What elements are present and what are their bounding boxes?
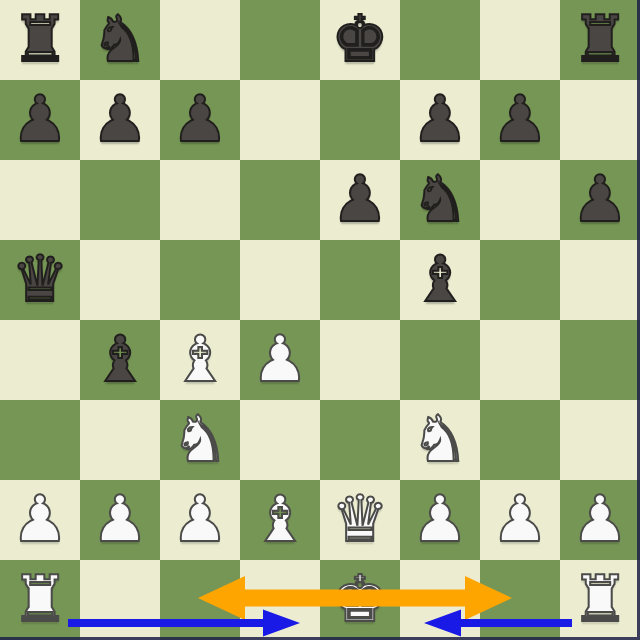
square-c1[interactable] (160, 560, 240, 640)
square-c2[interactable]: ♟ (160, 480, 240, 560)
square-e3[interactable] (320, 400, 400, 480)
square-e1[interactable]: ♚ (320, 560, 400, 640)
square-a7[interactable]: ♟ (0, 80, 80, 160)
square-a6[interactable] (0, 160, 80, 240)
piece-black-bishop[interactable]: ♝ (80, 320, 160, 400)
piece-black-pawn[interactable]: ♟ (160, 80, 240, 160)
square-h3[interactable] (560, 400, 640, 480)
square-f7[interactable]: ♟ (400, 80, 480, 160)
square-e7[interactable] (320, 80, 400, 160)
square-a5[interactable]: ♛ (0, 240, 80, 320)
piece-white-knight[interactable]: ♞ (160, 400, 240, 480)
piece-white-rook[interactable]: ♜ (560, 560, 640, 640)
square-b4[interactable]: ♝ (80, 320, 160, 400)
piece-black-knight[interactable]: ♞ (400, 160, 480, 240)
square-d2[interactable]: ♝ (240, 480, 320, 560)
square-c3[interactable]: ♞ (160, 400, 240, 480)
piece-black-pawn[interactable]: ♟ (0, 80, 80, 160)
piece-white-pawn[interactable]: ♟ (480, 480, 560, 560)
square-f8[interactable] (400, 0, 480, 80)
square-b7[interactable]: ♟ (80, 80, 160, 160)
piece-white-rook[interactable]: ♜ (0, 560, 80, 640)
piece-white-bishop[interactable]: ♝ (160, 320, 240, 400)
square-d1[interactable] (240, 560, 320, 640)
square-b8[interactable]: ♞ (80, 0, 160, 80)
piece-black-rook[interactable]: ♜ (0, 0, 80, 80)
square-h6[interactable]: ♟ (560, 160, 640, 240)
square-b6[interactable] (80, 160, 160, 240)
piece-white-pawn[interactable]: ♟ (240, 320, 320, 400)
square-g1[interactable] (480, 560, 560, 640)
square-d7[interactable] (240, 80, 320, 160)
square-g5[interactable] (480, 240, 560, 320)
piece-white-pawn[interactable]: ♟ (0, 480, 80, 560)
square-c4[interactable]: ♝ (160, 320, 240, 400)
square-h5[interactable] (560, 240, 640, 320)
square-e8[interactable]: ♚ (320, 0, 400, 80)
chess-board: ♜♞♚♜♟♟♟♟♟♟♞♟♛♝♝♝♟♞♞♟♟♟♝♛♟♟♟♜♚♜ (0, 0, 640, 640)
piece-white-queen[interactable]: ♛ (320, 480, 400, 560)
square-a2[interactable]: ♟ (0, 480, 80, 560)
square-c6[interactable] (160, 160, 240, 240)
piece-black-queen[interactable]: ♛ (0, 240, 80, 320)
square-b5[interactable] (80, 240, 160, 320)
square-h8[interactable]: ♜ (560, 0, 640, 80)
piece-black-pawn[interactable]: ♟ (80, 80, 160, 160)
square-h4[interactable] (560, 320, 640, 400)
piece-white-pawn[interactable]: ♟ (160, 480, 240, 560)
square-d6[interactable] (240, 160, 320, 240)
piece-black-bishop[interactable]: ♝ (400, 240, 480, 320)
square-d3[interactable] (240, 400, 320, 480)
piece-black-knight[interactable]: ♞ (80, 0, 160, 80)
piece-white-king[interactable]: ♚ (320, 560, 400, 640)
square-g6[interactable] (480, 160, 560, 240)
square-e4[interactable] (320, 320, 400, 400)
square-b2[interactable]: ♟ (80, 480, 160, 560)
square-c7[interactable]: ♟ (160, 80, 240, 160)
square-h7[interactable] (560, 80, 640, 160)
piece-black-pawn[interactable]: ♟ (480, 80, 560, 160)
square-c8[interactable] (160, 0, 240, 80)
piece-white-pawn[interactable]: ♟ (80, 480, 160, 560)
square-f1[interactable] (400, 560, 480, 640)
square-b1[interactable] (80, 560, 160, 640)
square-e2[interactable]: ♛ (320, 480, 400, 560)
square-g4[interactable] (480, 320, 560, 400)
piece-black-pawn[interactable]: ♟ (400, 80, 480, 160)
square-d8[interactable] (240, 0, 320, 80)
square-g7[interactable]: ♟ (480, 80, 560, 160)
square-d4[interactable]: ♟ (240, 320, 320, 400)
square-g2[interactable]: ♟ (480, 480, 560, 560)
square-a8[interactable]: ♜ (0, 0, 80, 80)
piece-white-pawn[interactable]: ♟ (560, 480, 640, 560)
square-f4[interactable] (400, 320, 480, 400)
square-d5[interactable] (240, 240, 320, 320)
square-a1[interactable]: ♜ (0, 560, 80, 640)
square-a3[interactable] (0, 400, 80, 480)
piece-black-pawn[interactable]: ♟ (320, 160, 400, 240)
square-e5[interactable] (320, 240, 400, 320)
square-b3[interactable] (80, 400, 160, 480)
piece-black-rook[interactable]: ♜ (560, 0, 640, 80)
square-f2[interactable]: ♟ (400, 480, 480, 560)
square-f3[interactable]: ♞ (400, 400, 480, 480)
piece-white-knight[interactable]: ♞ (400, 400, 480, 480)
square-a4[interactable] (0, 320, 80, 400)
square-h2[interactable]: ♟ (560, 480, 640, 560)
square-c5[interactable] (160, 240, 240, 320)
piece-white-bishop[interactable]: ♝ (240, 480, 320, 560)
square-g8[interactable] (480, 0, 560, 80)
square-f6[interactable]: ♞ (400, 160, 480, 240)
piece-black-king[interactable]: ♚ (320, 0, 400, 80)
square-f5[interactable]: ♝ (400, 240, 480, 320)
piece-black-pawn[interactable]: ♟ (560, 160, 640, 240)
chess-board-container: ♜♞♚♜♟♟♟♟♟♟♞♟♛♝♝♝♟♞♞♟♟♟♝♛♟♟♟♜♚♜ (0, 0, 640, 640)
piece-white-pawn[interactable]: ♟ (400, 480, 480, 560)
square-g3[interactable] (480, 400, 560, 480)
square-h1[interactable]: ♜ (560, 560, 640, 640)
square-e6[interactable]: ♟ (320, 160, 400, 240)
